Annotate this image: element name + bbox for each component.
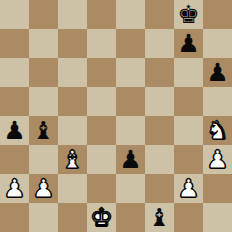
square-c1[interactable] xyxy=(58,203,87,232)
square-f3[interactable] xyxy=(145,145,174,174)
black-pawn: ♟ xyxy=(206,58,228,87)
chess-board: ♚♟♟♟♝♞♝♟♟♟♟♟♚♝ xyxy=(0,0,232,232)
square-h3[interactable]: ♟ xyxy=(203,145,232,174)
square-g2[interactable]: ♟ xyxy=(174,174,203,203)
square-d4[interactable] xyxy=(87,116,116,145)
square-c3[interactable]: ♝ xyxy=(58,145,87,174)
square-b7[interactable] xyxy=(29,29,58,58)
black-king: ♚ xyxy=(177,0,199,29)
square-a8[interactable] xyxy=(0,0,29,29)
square-g4[interactable] xyxy=(174,116,203,145)
white-pawn: ♟ xyxy=(206,145,228,174)
square-f4[interactable] xyxy=(145,116,174,145)
square-g6[interactable] xyxy=(174,58,203,87)
square-d5[interactable] xyxy=(87,87,116,116)
square-a3[interactable] xyxy=(0,145,29,174)
square-g1[interactable] xyxy=(174,203,203,232)
square-b4[interactable]: ♝ xyxy=(29,116,58,145)
square-a7[interactable] xyxy=(0,29,29,58)
square-e3[interactable]: ♟ xyxy=(116,145,145,174)
square-d8[interactable] xyxy=(87,0,116,29)
square-e2[interactable] xyxy=(116,174,145,203)
square-d3[interactable] xyxy=(87,145,116,174)
black-bishop: ♝ xyxy=(32,116,54,145)
square-e5[interactable] xyxy=(116,87,145,116)
square-e4[interactable] xyxy=(116,116,145,145)
square-g5[interactable] xyxy=(174,87,203,116)
square-h2[interactable] xyxy=(203,174,232,203)
square-a4[interactable]: ♟ xyxy=(0,116,29,145)
square-h1[interactable] xyxy=(203,203,232,232)
square-f1[interactable]: ♝ xyxy=(145,203,174,232)
white-pawn: ♟ xyxy=(177,174,199,203)
square-d7[interactable] xyxy=(87,29,116,58)
square-c6[interactable] xyxy=(58,58,87,87)
square-c7[interactable] xyxy=(58,29,87,58)
square-f7[interactable] xyxy=(145,29,174,58)
square-d6[interactable] xyxy=(87,58,116,87)
square-a5[interactable] xyxy=(0,87,29,116)
square-c8[interactable] xyxy=(58,0,87,29)
square-c5[interactable] xyxy=(58,87,87,116)
white-pawn: ♟ xyxy=(32,174,54,203)
square-d2[interactable] xyxy=(87,174,116,203)
square-g8[interactable]: ♚ xyxy=(174,0,203,29)
square-h4[interactable]: ♞ xyxy=(203,116,232,145)
square-h7[interactable] xyxy=(203,29,232,58)
square-b2[interactable]: ♟ xyxy=(29,174,58,203)
white-knight: ♞ xyxy=(206,116,228,145)
square-c4[interactable] xyxy=(58,116,87,145)
square-h6[interactable]: ♟ xyxy=(203,58,232,87)
square-d1[interactable]: ♚ xyxy=(87,203,116,232)
square-h5[interactable] xyxy=(203,87,232,116)
black-pawn: ♟ xyxy=(119,145,141,174)
square-a6[interactable] xyxy=(0,58,29,87)
square-g7[interactable]: ♟ xyxy=(174,29,203,58)
square-a2[interactable]: ♟ xyxy=(0,174,29,203)
black-bishop: ♝ xyxy=(148,203,170,232)
square-f2[interactable] xyxy=(145,174,174,203)
square-b6[interactable] xyxy=(29,58,58,87)
square-b8[interactable] xyxy=(29,0,58,29)
white-king: ♚ xyxy=(90,203,112,232)
square-e7[interactable] xyxy=(116,29,145,58)
square-e1[interactable] xyxy=(116,203,145,232)
black-pawn: ♟ xyxy=(3,116,25,145)
square-a1[interactable] xyxy=(0,203,29,232)
square-h8[interactable] xyxy=(203,0,232,29)
square-c2[interactable] xyxy=(58,174,87,203)
square-b5[interactable] xyxy=(29,87,58,116)
square-e8[interactable] xyxy=(116,0,145,29)
white-pawn: ♟ xyxy=(3,174,25,203)
white-bishop: ♝ xyxy=(61,145,83,174)
square-g3[interactable] xyxy=(174,145,203,174)
black-pawn: ♟ xyxy=(177,29,199,58)
square-f8[interactable] xyxy=(145,0,174,29)
square-e6[interactable] xyxy=(116,58,145,87)
square-f5[interactable] xyxy=(145,87,174,116)
square-b1[interactable] xyxy=(29,203,58,232)
square-b3[interactable] xyxy=(29,145,58,174)
square-f6[interactable] xyxy=(145,58,174,87)
